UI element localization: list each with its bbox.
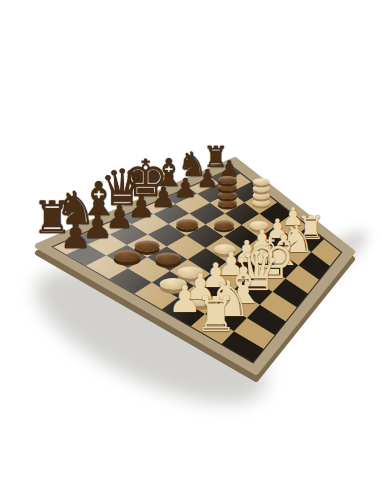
checker-disc-dark-c6	[135, 240, 160, 251]
checker-disc-dark-e6	[176, 219, 198, 229]
checker-disc-light-b4	[160, 278, 187, 290]
product-photo-stage: ♜♞♝♛♚♝♞♜♟♟♟♟♟♟♟♟♟♟♟♟♟♟♟♟♜♞♝♛♚♝♞♜	[0, 0, 381, 492]
chess-board	[0, 0, 381, 492]
checker-disc-light-e4	[214, 244, 236, 254]
checker-disc-light-c4	[178, 267, 203, 278]
checker-disc-dark-c5	[155, 253, 180, 264]
checker-disc-dark-f5	[214, 220, 234, 229]
checker-disc-dark-b6	[114, 250, 141, 262]
checker-disc-light-b3	[186, 294, 213, 306]
